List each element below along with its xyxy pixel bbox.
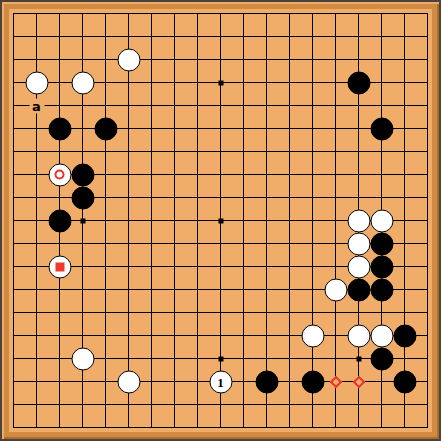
stone-white: [324, 278, 347, 301]
stone-black: [347, 71, 370, 94]
stone-white: [48, 163, 71, 186]
stone-black: [370, 232, 393, 255]
circle-marker: [55, 170, 65, 180]
star-point: [218, 80, 223, 85]
grid-line: [13, 312, 428, 313]
stone-black: [94, 117, 117, 140]
grid-line: [427, 13, 428, 428]
square-marker: [55, 262, 64, 271]
stone-white: [117, 370, 140, 393]
stone-black: [393, 370, 416, 393]
stone-white: [347, 232, 370, 255]
stone-white: [370, 324, 393, 347]
letter-label: a: [29, 98, 44, 113]
grid-line: [289, 13, 290, 428]
stone-white: 1: [209, 370, 232, 393]
stone-white: [71, 71, 94, 94]
grid-line: [404, 13, 405, 428]
stone-white: [25, 71, 48, 94]
stone-white: [301, 324, 324, 347]
grid-line: [335, 13, 336, 428]
stone-black: [393, 324, 416, 347]
stone-white: [48, 255, 71, 278]
stone-black: [370, 278, 393, 301]
move-number-label: 1: [217, 375, 224, 388]
star-point: [356, 356, 361, 361]
star-point: [218, 356, 223, 361]
stone-black: [347, 278, 370, 301]
grid-line: [312, 13, 313, 428]
stone-white: [347, 255, 370, 278]
grid-line: [13, 404, 428, 405]
stone-black: [71, 186, 94, 209]
stone-white: [71, 347, 94, 370]
go-board: a1: [0, 0, 441, 441]
stone-black: [301, 370, 324, 393]
stone-black: [370, 255, 393, 278]
stone-white: [347, 324, 370, 347]
stone-black: [48, 117, 71, 140]
star-point: [80, 218, 85, 223]
grid-line: [243, 13, 244, 428]
grid-line: [13, 427, 428, 428]
stone-white: [370, 209, 393, 232]
stone-black: [255, 370, 278, 393]
stone-black: [71, 163, 94, 186]
grid-line: [266, 13, 267, 428]
stone-white: [117, 48, 140, 71]
stone-black: [48, 209, 71, 232]
stone-white: [347, 209, 370, 232]
stone-black: [370, 117, 393, 140]
star-point: [218, 218, 223, 223]
stone-black: [370, 347, 393, 370]
